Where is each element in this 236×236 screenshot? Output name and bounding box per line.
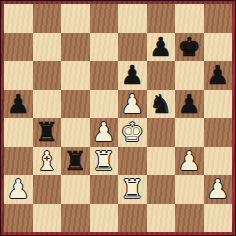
square-f1[interactable] (147, 204, 176, 233)
square-h7[interactable] (204, 33, 233, 62)
square-b6[interactable] (33, 61, 62, 90)
square-c3[interactable]: ♜ (61, 147, 90, 176)
black-pawn: ♟ (206, 61, 229, 90)
square-c4[interactable] (61, 118, 90, 147)
square-b2[interactable] (33, 175, 62, 204)
white-pawn: ♟ (206, 175, 229, 204)
square-e1[interactable] (118, 204, 147, 233)
black-pawn: ♟ (149, 33, 172, 62)
square-c2[interactable] (61, 175, 90, 204)
square-f5[interactable]: ♞ (147, 90, 176, 119)
square-e2[interactable]: ♜ (118, 175, 147, 204)
square-c8[interactable] (61, 4, 90, 33)
square-a6[interactable] (4, 61, 33, 90)
square-c7[interactable] (61, 33, 90, 62)
black-rook: ♜ (64, 147, 87, 176)
white-pawn: ♟ (121, 90, 144, 119)
white-king: ♚ (121, 118, 144, 147)
square-g6[interactable] (175, 61, 204, 90)
black-pawn: ♟ (7, 90, 30, 119)
square-h3[interactable] (204, 147, 233, 176)
square-g2[interactable] (175, 175, 204, 204)
square-e7[interactable] (118, 33, 147, 62)
square-e6[interactable]: ♟ (118, 61, 147, 90)
square-a8[interactable] (4, 4, 33, 33)
square-c5[interactable] (61, 90, 90, 119)
square-f2[interactable] (147, 175, 176, 204)
square-d5[interactable] (90, 90, 119, 119)
square-g3[interactable]: ♟ (175, 147, 204, 176)
square-g5[interactable]: ♟ (175, 90, 204, 119)
square-h5[interactable] (204, 90, 233, 119)
square-d7[interactable] (90, 33, 119, 62)
square-a3[interactable] (4, 147, 33, 176)
square-f3[interactable] (147, 147, 176, 176)
square-a2[interactable]: ♟ (4, 175, 33, 204)
square-d6[interactable] (90, 61, 119, 90)
square-b3[interactable]: ♝ (33, 147, 62, 176)
square-h6[interactable]: ♟ (204, 61, 233, 90)
white-pawn: ♟ (92, 118, 115, 147)
chess-board: ♟♚♟♟♟♟♞♟♜♟♚♝♜♜♟♟♜♟ (4, 4, 232, 232)
black-pawn: ♟ (178, 90, 201, 119)
square-g1[interactable] (175, 204, 204, 233)
square-b5[interactable] (33, 90, 62, 119)
square-c1[interactable] (61, 204, 90, 233)
black-king: ♚ (178, 33, 201, 62)
square-d3[interactable]: ♜ (90, 147, 119, 176)
white-bishop: ♝ (35, 147, 58, 176)
square-e4[interactable]: ♚ (118, 118, 147, 147)
square-f4[interactable] (147, 118, 176, 147)
square-a5[interactable]: ♟ (4, 90, 33, 119)
square-d2[interactable] (90, 175, 119, 204)
black-rook: ♜ (35, 118, 58, 147)
square-e8[interactable] (118, 4, 147, 33)
square-h1[interactable] (204, 204, 233, 233)
square-b4[interactable]: ♜ (33, 118, 62, 147)
square-e3[interactable] (118, 147, 147, 176)
square-a1[interactable] (4, 204, 33, 233)
square-d8[interactable] (90, 4, 119, 33)
square-b7[interactable] (33, 33, 62, 62)
square-g7[interactable]: ♚ (175, 33, 204, 62)
square-f6[interactable] (147, 61, 176, 90)
black-pawn: ♟ (121, 61, 144, 90)
square-d4[interactable]: ♟ (90, 118, 119, 147)
square-h2[interactable]: ♟ (204, 175, 233, 204)
square-f7[interactable]: ♟ (147, 33, 176, 62)
square-b8[interactable] (33, 4, 62, 33)
white-pawn: ♟ (178, 147, 201, 176)
square-a7[interactable] (4, 33, 33, 62)
square-g4[interactable] (175, 118, 204, 147)
white-rook: ♜ (92, 147, 115, 176)
square-b1[interactable] (33, 204, 62, 233)
square-c6[interactable] (61, 61, 90, 90)
square-h4[interactable] (204, 118, 233, 147)
square-d1[interactable] (90, 204, 119, 233)
white-pawn: ♟ (7, 175, 30, 204)
board-frame: ♟♚♟♟♟♟♞♟♜♟♚♝♜♜♟♟♜♟ (0, 0, 236, 236)
black-knight: ♞ (149, 90, 172, 119)
square-g8[interactable] (175, 4, 204, 33)
square-f8[interactable] (147, 4, 176, 33)
square-h8[interactable] (204, 4, 233, 33)
square-a4[interactable] (4, 118, 33, 147)
square-e5[interactable]: ♟ (118, 90, 147, 119)
white-rook: ♜ (121, 175, 144, 204)
